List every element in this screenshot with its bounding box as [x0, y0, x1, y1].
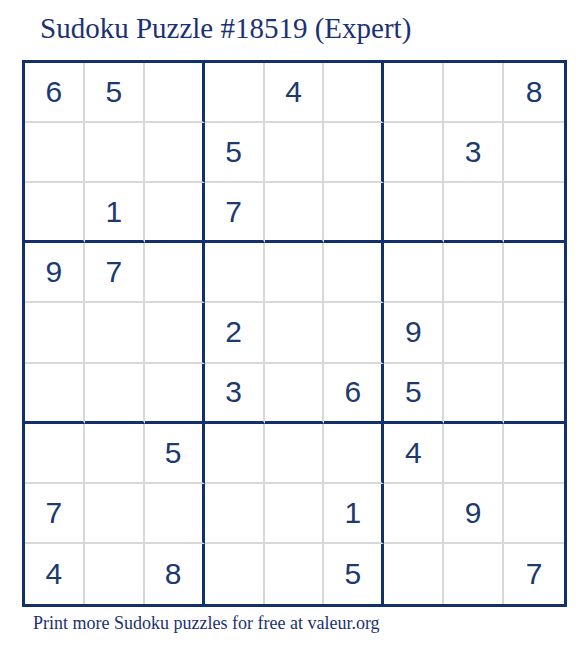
page: Sudoku Puzzle #18519 (Expert) 6548531797… [0, 0, 580, 651]
sudoku-cell-r8c1[interactable]: 7 [25, 484, 85, 544]
sudoku-cell-r8c6[interactable]: 1 [324, 484, 384, 544]
sudoku-cell-r5c3[interactable] [145, 303, 205, 363]
sudoku-cell-r4c6[interactable] [324, 243, 384, 303]
sudoku-cell-r7c2[interactable] [85, 424, 145, 484]
sudoku-cell-r2c7[interactable] [384, 123, 444, 183]
sudoku-cell-r7c3[interactable]: 5 [145, 424, 205, 484]
sudoku-cell-r5c5[interactable] [265, 303, 325, 363]
sudoku-cell-r2c3[interactable] [145, 123, 205, 183]
sudoku-cell-r6c6[interactable]: 6 [324, 364, 384, 424]
sudoku-cell-r5c1[interactable] [25, 303, 85, 363]
sudoku-cell-r5c4[interactable]: 2 [205, 303, 265, 363]
sudoku-board: 654853179729365547194857 [22, 60, 567, 607]
sudoku-cell-r4c4[interactable] [205, 243, 265, 303]
sudoku-cell-r4c5[interactable] [265, 243, 325, 303]
sudoku-cell-r4c3[interactable] [145, 243, 205, 303]
sudoku-cell-r8c3[interactable] [145, 484, 205, 544]
sudoku-cell-r1c5[interactable]: 4 [265, 63, 325, 123]
sudoku-cell-r8c8[interactable]: 9 [444, 484, 504, 544]
footer-text: Print more Sudoku puzzles for free at va… [33, 613, 380, 634]
sudoku-cell-r4c9[interactable] [504, 243, 564, 303]
sudoku-cell-r3c9[interactable] [504, 183, 564, 243]
sudoku-cell-r3c6[interactable] [324, 183, 384, 243]
sudoku-cell-r8c2[interactable] [85, 484, 145, 544]
sudoku-cell-r7c6[interactable] [324, 424, 384, 484]
sudoku-cell-r3c7[interactable] [384, 183, 444, 243]
sudoku-cell-r7c4[interactable] [205, 424, 265, 484]
sudoku-cell-r1c4[interactable] [205, 63, 265, 123]
sudoku-cell-r2c2[interactable] [85, 123, 145, 183]
sudoku-cell-r2c5[interactable] [265, 123, 325, 183]
sudoku-cell-r4c7[interactable] [384, 243, 444, 303]
sudoku-cell-r3c4[interactable]: 7 [205, 183, 265, 243]
sudoku-cell-r6c1[interactable] [25, 364, 85, 424]
sudoku-cell-r5c2[interactable] [85, 303, 145, 363]
sudoku-cell-r6c4[interactable]: 3 [205, 364, 265, 424]
sudoku-cell-r2c4[interactable]: 5 [205, 123, 265, 183]
sudoku-cell-r3c1[interactable] [25, 183, 85, 243]
sudoku-cell-r7c9[interactable] [504, 424, 564, 484]
sudoku-cell-r9c2[interactable] [85, 544, 145, 604]
sudoku-cell-r1c1[interactable]: 6 [25, 63, 85, 123]
sudoku-cell-r6c7[interactable]: 5 [384, 364, 444, 424]
sudoku-cell-r7c1[interactable] [25, 424, 85, 484]
sudoku-cell-r2c8[interactable]: 3 [444, 123, 504, 183]
sudoku-cell-r6c3[interactable] [145, 364, 205, 424]
sudoku-cell-r3c3[interactable] [145, 183, 205, 243]
sudoku-cell-r8c5[interactable] [265, 484, 325, 544]
page-title: Sudoku Puzzle #18519 (Expert) [40, 12, 411, 45]
sudoku-cell-r9c4[interactable] [205, 544, 265, 604]
sudoku-cell-r1c6[interactable] [324, 63, 384, 123]
sudoku-cell-r8c4[interactable] [205, 484, 265, 544]
sudoku-cell-r1c7[interactable] [384, 63, 444, 123]
sudoku-cell-r5c8[interactable] [444, 303, 504, 363]
sudoku-cell-r2c6[interactable] [324, 123, 384, 183]
sudoku-cell-r3c8[interactable] [444, 183, 504, 243]
sudoku-cell-r1c3[interactable] [145, 63, 205, 123]
sudoku-cell-r1c2[interactable]: 5 [85, 63, 145, 123]
sudoku-cell-r9c3[interactable]: 8 [145, 544, 205, 604]
sudoku-cell-r1c8[interactable] [444, 63, 504, 123]
sudoku-cell-r6c9[interactable] [504, 364, 564, 424]
sudoku-cell-r8c7[interactable] [384, 484, 444, 544]
sudoku-cell-r6c2[interactable] [85, 364, 145, 424]
sudoku-cell-r2c1[interactable] [25, 123, 85, 183]
sudoku-cell-r9c1[interactable]: 4 [25, 544, 85, 604]
sudoku-cell-r9c9[interactable]: 7 [504, 544, 564, 604]
sudoku-cell-r7c7[interactable]: 4 [384, 424, 444, 484]
sudoku-cell-r2c9[interactable] [504, 123, 564, 183]
sudoku-cell-r5c6[interactable] [324, 303, 384, 363]
sudoku-cell-r7c5[interactable] [265, 424, 325, 484]
sudoku-cell-r6c5[interactable] [265, 364, 325, 424]
sudoku-cell-r6c8[interactable] [444, 364, 504, 424]
sudoku-cell-r4c1[interactable]: 9 [25, 243, 85, 303]
sudoku-cell-r8c9[interactable] [504, 484, 564, 544]
sudoku-cell-r5c7[interactable]: 9 [384, 303, 444, 363]
sudoku-cell-r7c8[interactable] [444, 424, 504, 484]
sudoku-cell-r3c5[interactable] [265, 183, 325, 243]
sudoku-cell-r1c9[interactable]: 8 [504, 63, 564, 123]
sudoku-cell-r9c5[interactable] [265, 544, 325, 604]
sudoku-cell-r3c2[interactable]: 1 [85, 183, 145, 243]
sudoku-cell-r9c7[interactable] [384, 544, 444, 604]
sudoku-cell-r4c8[interactable] [444, 243, 504, 303]
sudoku-cell-r4c2[interactable]: 7 [85, 243, 145, 303]
sudoku-cell-r9c6[interactable]: 5 [324, 544, 384, 604]
sudoku-cell-r5c9[interactable] [504, 303, 564, 363]
sudoku-cell-r9c8[interactable] [444, 544, 504, 604]
